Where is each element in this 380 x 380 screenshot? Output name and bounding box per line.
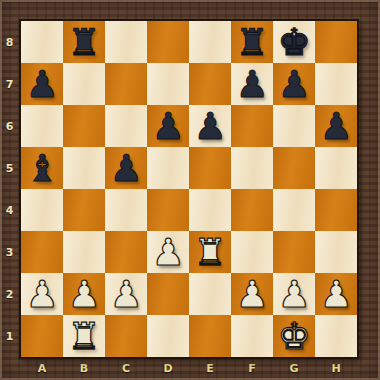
file-label-e: E (189, 359, 231, 378)
piece-white-pawn[interactable]: ♟ (231, 273, 273, 315)
piece-black-rook[interactable]: ♜ (231, 21, 273, 63)
piece-white-pawn[interactable]: ♟ (315, 273, 357, 315)
square-f1[interactable] (231, 315, 273, 357)
square-e1[interactable] (189, 315, 231, 357)
square-h8[interactable] (315, 21, 357, 63)
rank-label-4: 4 (0, 189, 19, 231)
square-f3[interactable] (231, 231, 273, 273)
square-c4[interactable] (105, 189, 147, 231)
rank-label-1: 1 (0, 315, 19, 357)
square-g1[interactable]: ♚ (273, 315, 315, 357)
piece-white-pawn[interactable]: ♟ (273, 273, 315, 315)
square-h1[interactable] (315, 315, 357, 357)
square-b6[interactable] (63, 105, 105, 147)
square-d2[interactable] (147, 273, 189, 315)
square-c6[interactable] (105, 105, 147, 147)
square-f8[interactable]: ♜ (231, 21, 273, 63)
file-labels: ABCDEFGH (21, 359, 357, 378)
piece-white-pawn[interactable]: ♟ (105, 273, 147, 315)
rank-label-5: 5 (0, 147, 19, 189)
piece-white-pawn[interactable]: ♟ (21, 273, 63, 315)
square-a3[interactable] (21, 231, 63, 273)
square-c5[interactable]: ♟ (105, 147, 147, 189)
square-d4[interactable] (147, 189, 189, 231)
square-e7[interactable] (189, 63, 231, 105)
square-c7[interactable] (105, 63, 147, 105)
square-d6[interactable]: ♟ (147, 105, 189, 147)
square-d3[interactable]: ♟ (147, 231, 189, 273)
square-b1[interactable]: ♜ (63, 315, 105, 357)
rank-label-8: 8 (0, 21, 19, 63)
square-c8[interactable] (105, 21, 147, 63)
piece-black-bishop[interactable]: ♝ (21, 147, 63, 189)
square-a5[interactable]: ♝ (21, 147, 63, 189)
piece-black-king[interactable]: ♚ (273, 21, 315, 63)
square-d7[interactable] (147, 63, 189, 105)
rank-labels: 87654321 (0, 21, 19, 357)
piece-black-pawn[interactable]: ♟ (189, 105, 231, 147)
square-a2[interactable]: ♟ (21, 273, 63, 315)
rank-label-3: 3 (0, 231, 19, 273)
piece-white-rook[interactable]: ♜ (189, 231, 231, 273)
square-e6[interactable]: ♟ (189, 105, 231, 147)
square-b4[interactable] (63, 189, 105, 231)
square-d8[interactable] (147, 21, 189, 63)
square-h4[interactable] (315, 189, 357, 231)
square-a8[interactable] (21, 21, 63, 63)
piece-black-pawn[interactable]: ♟ (105, 147, 147, 189)
square-e4[interactable] (189, 189, 231, 231)
square-d1[interactable] (147, 315, 189, 357)
rank-label-7: 7 (0, 63, 19, 105)
square-h5[interactable] (315, 147, 357, 189)
square-h6[interactable]: ♟ (315, 105, 357, 147)
square-g8[interactable]: ♚ (273, 21, 315, 63)
square-b8[interactable]: ♜ (63, 21, 105, 63)
file-label-c: C (105, 359, 147, 378)
square-e5[interactable] (189, 147, 231, 189)
file-label-d: D (147, 359, 189, 378)
square-a4[interactable] (21, 189, 63, 231)
square-a7[interactable]: ♟ (21, 63, 63, 105)
square-g4[interactable] (273, 189, 315, 231)
square-h3[interactable] (315, 231, 357, 273)
square-b7[interactable] (63, 63, 105, 105)
square-g6[interactable] (273, 105, 315, 147)
square-b5[interactable] (63, 147, 105, 189)
square-f6[interactable] (231, 105, 273, 147)
square-e2[interactable] (189, 273, 231, 315)
piece-black-rook[interactable]: ♜ (63, 21, 105, 63)
square-g2[interactable]: ♟ (273, 273, 315, 315)
square-c1[interactable] (105, 315, 147, 357)
square-f5[interactable] (231, 147, 273, 189)
square-g7[interactable]: ♟ (273, 63, 315, 105)
square-f2[interactable]: ♟ (231, 273, 273, 315)
square-e8[interactable] (189, 21, 231, 63)
rank-label-2: 2 (0, 273, 19, 315)
square-d5[interactable] (147, 147, 189, 189)
file-label-a: A (21, 359, 63, 378)
piece-white-pawn[interactable]: ♟ (147, 231, 189, 273)
piece-black-pawn[interactable]: ♟ (231, 63, 273, 105)
file-label-b: B (63, 359, 105, 378)
square-h2[interactable]: ♟ (315, 273, 357, 315)
square-c3[interactable] (105, 231, 147, 273)
square-g5[interactable] (273, 147, 315, 189)
piece-white-rook[interactable]: ♜ (63, 315, 105, 357)
piece-white-pawn[interactable]: ♟ (63, 273, 105, 315)
square-a1[interactable] (21, 315, 63, 357)
square-f4[interactable] (231, 189, 273, 231)
square-f7[interactable]: ♟ (231, 63, 273, 105)
square-c2[interactable]: ♟ (105, 273, 147, 315)
board: ♜♜♚♟♟♟♟♟♟♝♟♟♜♟♟♟♟♟♟♜♚ (19, 19, 359, 359)
piece-black-pawn[interactable]: ♟ (315, 105, 357, 147)
piece-black-pawn[interactable]: ♟ (273, 63, 315, 105)
square-g3[interactable] (273, 231, 315, 273)
square-h7[interactable] (315, 63, 357, 105)
file-label-h: H (315, 359, 357, 378)
file-label-f: F (231, 359, 273, 378)
rank-label-6: 6 (0, 105, 19, 147)
piece-white-king[interactable]: ♚ (273, 315, 315, 357)
piece-black-pawn[interactable]: ♟ (147, 105, 189, 147)
square-b3[interactable] (63, 231, 105, 273)
chess-app: 87654321 ABCDEFGH ♜♜♚♟♟♟♟♟♟♝♟♟♜♟♟♟♟♟♟♜♚ (0, 0, 380, 380)
square-e3[interactable]: ♜ (189, 231, 231, 273)
file-label-g: G (273, 359, 315, 378)
square-a6[interactable] (21, 105, 63, 147)
square-b2[interactable]: ♟ (63, 273, 105, 315)
piece-black-pawn[interactable]: ♟ (21, 63, 63, 105)
